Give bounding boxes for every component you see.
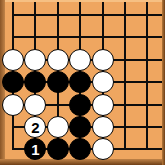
black-stone-d3[interactable] xyxy=(69,71,91,93)
go-board[interactable]: 21 xyxy=(0,0,165,165)
grid-line-horizontal-0 xyxy=(12,14,165,16)
board-edge-top-highlight xyxy=(0,0,165,2)
grid-line-horizontal-1 xyxy=(12,36,165,38)
white-stone-b4[interactable] xyxy=(24,49,46,71)
white-stone-d4[interactable] xyxy=(69,49,91,71)
black-stone-b3[interactable] xyxy=(24,71,46,93)
move-number-label: 1 xyxy=(31,142,39,157)
board-edge-bottom xyxy=(0,159,165,165)
white-stone-e4[interactable] xyxy=(92,49,114,71)
white-stone-e3[interactable] xyxy=(92,71,114,93)
white-stone-e0[interactable] xyxy=(92,138,114,160)
white-stone-e1[interactable] xyxy=(92,116,114,138)
black-stone-c0[interactable] xyxy=(47,138,69,160)
white-stone-b1[interactable]: 2 xyxy=(24,116,46,138)
black-stone-d0[interactable] xyxy=(69,138,91,160)
black-stone-d2[interactable] xyxy=(69,94,91,116)
white-stone-c4[interactable] xyxy=(47,49,69,71)
black-stone-c3[interactable] xyxy=(47,71,69,93)
black-stone-d1[interactable] xyxy=(69,116,91,138)
black-stone-a3[interactable] xyxy=(2,71,24,93)
white-stone-e2[interactable] xyxy=(92,94,114,116)
white-stone-c1[interactable] xyxy=(47,116,69,138)
white-stone-b2[interactable] xyxy=(24,94,46,116)
black-stone-b0[interactable]: 1 xyxy=(24,138,46,160)
move-number-label: 2 xyxy=(31,120,39,135)
white-stone-a4[interactable] xyxy=(2,49,24,71)
white-stone-a2[interactable] xyxy=(2,94,24,116)
board-edge-right xyxy=(162,0,165,165)
